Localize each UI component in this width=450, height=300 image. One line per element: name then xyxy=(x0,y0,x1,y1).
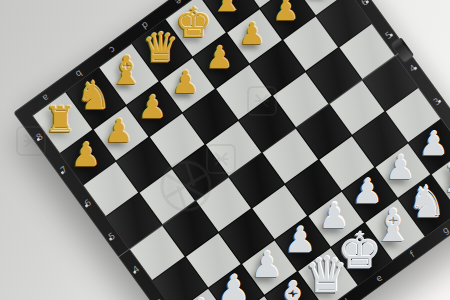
file-label-bottom-g: g xyxy=(440,224,450,235)
piece-gold-pawn-f7: ♟ xyxy=(239,18,266,48)
piece-silver-knight-g1: ♞ xyxy=(407,181,445,224)
rank-label-left-5: 5 xyxy=(106,230,117,241)
piece-gold-rook-a8: ♜ xyxy=(44,101,76,137)
rank-label-left-7: 7 xyxy=(58,164,69,175)
rank-label-left-6: 6 xyxy=(82,197,93,208)
file-label-bottom-f: f xyxy=(408,249,416,259)
piece-gold-bishop-c8: ♝ xyxy=(109,52,144,91)
piece-silver-pawn-e2: ♟ xyxy=(318,198,349,233)
rank-label-left-4: 4 xyxy=(130,263,141,274)
piece-gold-pawn-g7: ♟ xyxy=(272,0,298,24)
piece-silver-pawn-h2: ♟ xyxy=(419,127,449,160)
rank-label-left-3: 3 xyxy=(155,297,166,300)
piece-gold-bishop-f8: ♝ xyxy=(210,0,243,17)
piece-silver-pawn-g2: ♟ xyxy=(386,151,416,185)
piece-silver-pawn-f2: ♟ xyxy=(352,174,383,208)
piece-gold-queen-d8: ♛ xyxy=(141,26,178,67)
piece-gold-knight-b8: ♞ xyxy=(76,76,111,115)
piece-gold-pawn-a7: ♟ xyxy=(71,138,101,171)
piece-gold-pawn-b7: ♟ xyxy=(104,114,133,146)
rank-label-left-8: 8 xyxy=(34,131,45,142)
chess-board: ♜♞♝♛♚♝♞♜♟♟♟♟♟♟♟♟♟♟♟♟♟♟♟♟♜♞♝♛♚♝♞♜ aabbccd… xyxy=(13,0,450,300)
file-label-top-d: d xyxy=(140,20,151,31)
piece-gold-pawn-e7: ♟ xyxy=(205,42,232,73)
piece-gold-king-e8: ♚ xyxy=(175,2,212,44)
piece-gold-pawn-c7: ♟ xyxy=(137,90,166,122)
file-label-top-b: b xyxy=(73,68,84,79)
file-label-bottom-e: e xyxy=(374,273,384,284)
file-label-top-c: c xyxy=(107,44,117,55)
piece-gold-pawn-d7: ♟ xyxy=(171,66,199,97)
file-label-bottom-d: d xyxy=(341,297,352,300)
photo-canvas: ♜♞♝♛♚♝♞♜♟♟♟♟♟♟♟♟♟♟♟♟♟♟♟♟♜♞♝♛♚♝♞♜ aabbccd… xyxy=(0,0,450,300)
board-squares: ♜♞♝♛♚♝♞♜♟♟♟♟♟♟♟♟♟♟♟♟♟♟♟♟♜♞♝♛♚♝♞♜ xyxy=(33,0,450,300)
file-label-top-a: a xyxy=(40,92,50,103)
